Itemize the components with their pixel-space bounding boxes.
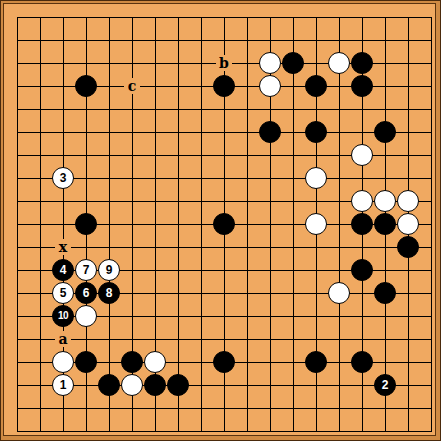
black-stone[interactable] bbox=[305, 351, 327, 373]
point-label-x[interactable]: x bbox=[55, 239, 71, 255]
white-stone[interactable] bbox=[328, 282, 350, 304]
white-stone[interactable] bbox=[259, 52, 281, 74]
black-stone[interactable] bbox=[75, 213, 97, 235]
black-stone[interactable] bbox=[213, 213, 235, 235]
point-label-b[interactable]: b bbox=[216, 55, 232, 71]
white-stone[interactable] bbox=[52, 351, 74, 373]
move-number: 8 bbox=[106, 287, 113, 299]
black-stone[interactable] bbox=[75, 351, 97, 373]
move-number: 1 bbox=[60, 379, 67, 391]
black-stone[interactable] bbox=[98, 374, 120, 396]
black-stone[interactable] bbox=[351, 213, 373, 235]
move-number: 3 bbox=[60, 172, 67, 184]
black-stone[interactable] bbox=[144, 374, 166, 396]
black-stone-move-8[interactable]: 8 bbox=[98, 282, 120, 304]
white-stone-move-5[interactable]: 5 bbox=[52, 282, 74, 304]
move-number: 6 bbox=[83, 287, 90, 299]
black-stone[interactable] bbox=[351, 351, 373, 373]
white-stone[interactable] bbox=[75, 305, 97, 327]
black-stone[interactable] bbox=[374, 121, 396, 143]
white-stone[interactable] bbox=[351, 190, 373, 212]
white-stone[interactable] bbox=[305, 167, 327, 189]
black-stone[interactable] bbox=[75, 75, 97, 97]
black-stone[interactable] bbox=[351, 259, 373, 281]
black-stone[interactable] bbox=[305, 121, 327, 143]
black-stone-move-2[interactable]: 2 bbox=[374, 374, 396, 396]
point-label-a[interactable]: a bbox=[55, 331, 71, 347]
black-stone-move-10[interactable]: 10 bbox=[52, 305, 74, 327]
black-stone-move-4[interactable]: 4 bbox=[52, 259, 74, 281]
go-board: 34795681012abcx bbox=[0, 0, 441, 441]
black-stone[interactable] bbox=[351, 75, 373, 97]
black-stone[interactable] bbox=[213, 351, 235, 373]
white-stone[interactable] bbox=[351, 144, 373, 166]
black-stone[interactable] bbox=[167, 374, 189, 396]
black-stone[interactable] bbox=[374, 282, 396, 304]
white-stone[interactable] bbox=[121, 374, 143, 396]
white-stone[interactable] bbox=[259, 75, 281, 97]
move-number: 7 bbox=[83, 264, 90, 276]
white-stone-move-9[interactable]: 9 bbox=[98, 259, 120, 281]
white-stone[interactable] bbox=[374, 190, 396, 212]
move-number: 9 bbox=[106, 264, 113, 276]
move-number: 2 bbox=[382, 379, 389, 391]
black-stone[interactable] bbox=[305, 75, 327, 97]
black-stone[interactable] bbox=[213, 75, 235, 97]
black-stone[interactable] bbox=[351, 52, 373, 74]
black-stone[interactable] bbox=[259, 121, 281, 143]
white-stone[interactable] bbox=[305, 213, 327, 235]
move-number: 10 bbox=[58, 311, 68, 321]
black-stone-move-6[interactable]: 6 bbox=[75, 282, 97, 304]
move-number: 4 bbox=[60, 264, 67, 276]
white-stone[interactable] bbox=[328, 52, 350, 74]
black-stone[interactable] bbox=[397, 236, 419, 258]
white-stone-move-7[interactable]: 7 bbox=[75, 259, 97, 281]
white-stone-move-1[interactable]: 1 bbox=[52, 374, 74, 396]
white-stone[interactable] bbox=[397, 213, 419, 235]
white-stone-move-3[interactable]: 3 bbox=[52, 167, 74, 189]
move-number: 5 bbox=[60, 287, 67, 299]
black-stone[interactable] bbox=[374, 213, 396, 235]
white-stone[interactable] bbox=[144, 351, 166, 373]
black-stone[interactable] bbox=[282, 52, 304, 74]
white-stone[interactable] bbox=[397, 190, 419, 212]
point-label-c[interactable]: c bbox=[124, 78, 140, 94]
black-stone[interactable] bbox=[121, 351, 143, 373]
board-field: 34795681012abcx bbox=[3, 3, 436, 436]
